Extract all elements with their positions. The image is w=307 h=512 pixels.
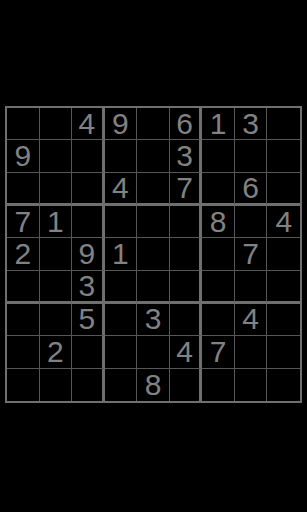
cell-r3c3[interactable] [72,173,105,206]
cell-r5c3[interactable]: 9 [72,238,105,270]
cell-r4c9[interactable]: 4 [267,206,300,238]
cell-r8c6[interactable]: 4 [170,336,203,368]
cell-r3c4[interactable]: 4 [105,173,138,206]
cell-r8c7[interactable]: 7 [202,336,235,368]
cell-r4c3[interactable] [72,206,105,238]
cell-r1c8[interactable]: 3 [235,108,268,140]
cell-r8c3[interactable] [72,336,105,368]
cell-r9c1[interactable] [7,369,40,401]
cell-r4c1[interactable]: 7 [7,206,40,238]
app-screen: { "game": "sudoku", "position": "..49.61… [0,0,307,512]
cell-r7c2[interactable] [40,304,73,336]
cell-r7c8[interactable]: 4 [235,304,268,336]
cell-r1c2[interactable] [40,108,73,140]
cell-r7c7[interactable] [202,304,235,336]
cell-r1c1[interactable] [7,108,40,140]
cell-r3c5[interactable] [137,173,170,206]
cell-r2c3[interactable] [72,140,105,172]
cell-r9c3[interactable] [72,369,105,401]
cell-r4c8[interactable] [235,206,268,238]
cell-r7c5[interactable]: 3 [137,304,170,336]
cell-r5c7[interactable] [202,238,235,270]
cell-r8c2[interactable]: 2 [40,336,73,368]
cell-r6c8[interactable] [235,271,268,304]
cell-r1c9[interactable] [267,108,300,140]
cell-r2c1[interactable]: 9 [7,140,40,172]
cell-r7c1[interactable] [7,304,40,336]
cell-r6c1[interactable] [7,271,40,304]
cell-r2c7[interactable] [202,140,235,172]
cell-r5c2[interactable] [40,238,73,270]
cell-r4c7[interactable]: 8 [202,206,235,238]
cell-r3c6[interactable]: 7 [170,173,203,206]
cell-r2c6[interactable]: 3 [170,140,203,172]
cell-r3c1[interactable] [7,173,40,206]
cell-r5c9[interactable] [267,238,300,270]
cell-r1c7[interactable]: 1 [202,108,235,140]
cell-r3c8[interactable]: 6 [235,173,268,206]
cell-r2c4[interactable] [105,140,138,172]
cell-r4c4[interactable] [105,206,138,238]
cell-r9c4[interactable] [105,369,138,401]
cell-r1c3[interactable]: 4 [72,108,105,140]
cell-r8c9[interactable] [267,336,300,368]
cell-r6c6[interactable] [170,271,203,304]
cell-r3c7[interactable] [202,173,235,206]
cell-r7c6[interactable] [170,304,203,336]
cell-r9c8[interactable] [235,369,268,401]
cell-r6c4[interactable] [105,271,138,304]
cell-r6c5[interactable] [137,271,170,304]
cell-r9c6[interactable] [170,369,203,401]
cell-r7c3[interactable]: 5 [72,304,105,336]
cell-r6c9[interactable] [267,271,300,304]
cell-r2c2[interactable] [40,140,73,172]
cell-r4c5[interactable] [137,206,170,238]
cell-r1c5[interactable] [137,108,170,140]
cell-r5c4[interactable]: 1 [105,238,138,270]
cell-r3c2[interactable] [40,173,73,206]
cell-r5c8[interactable]: 7 [235,238,268,270]
cell-r9c5[interactable]: 8 [137,369,170,401]
cell-r1c4[interactable]: 9 [105,108,138,140]
cell-r9c7[interactable] [202,369,235,401]
sudoku-board: 49613934767184291735342478 [5,106,302,403]
cell-r4c6[interactable] [170,206,203,238]
cell-r8c4[interactable] [105,336,138,368]
cell-r5c1[interactable]: 2 [7,238,40,270]
cell-r4c2[interactable]: 1 [40,206,73,238]
cell-r5c6[interactable] [170,238,203,270]
cell-r7c4[interactable] [105,304,138,336]
cell-r5c5[interactable] [137,238,170,270]
cell-r9c2[interactable] [40,369,73,401]
cell-r6c7[interactable] [202,271,235,304]
cell-r3c9[interactable] [267,173,300,206]
cell-r8c5[interactable] [137,336,170,368]
cell-r8c1[interactable] [7,336,40,368]
cell-r9c9[interactable] [267,369,300,401]
cell-r2c8[interactable] [235,140,268,172]
cell-r2c5[interactable] [137,140,170,172]
cell-r2c9[interactable] [267,140,300,172]
cell-r7c9[interactable] [267,304,300,336]
cell-r8c8[interactable] [235,336,268,368]
cell-r6c2[interactable] [40,271,73,304]
cell-r1c6[interactable]: 6 [170,108,203,140]
cell-r6c3[interactable]: 3 [72,271,105,304]
